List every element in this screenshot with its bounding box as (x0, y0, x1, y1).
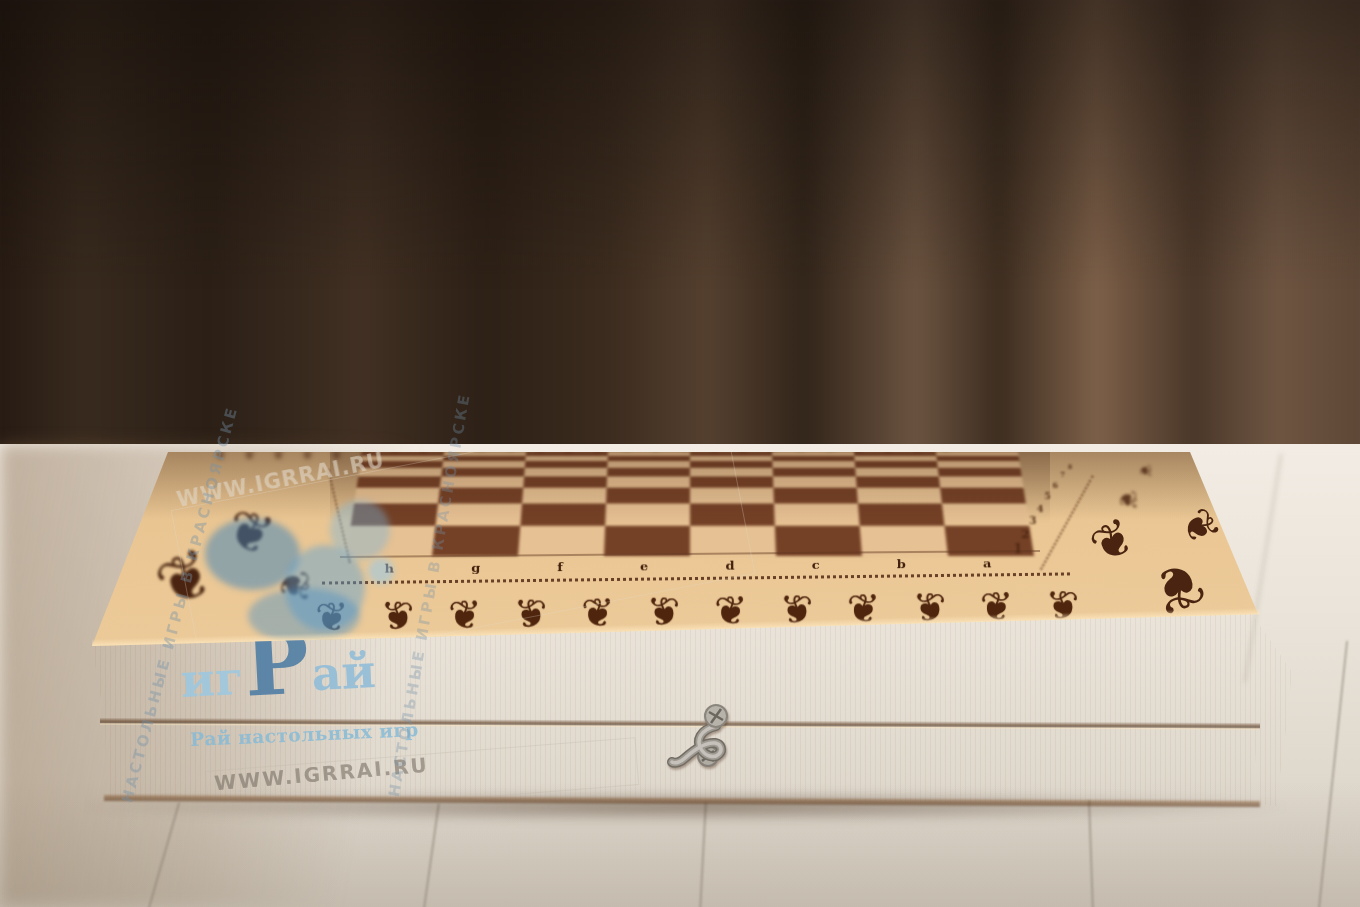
rank-labels-right: 87654321 (1010, 464, 1106, 556)
file-label-a: a (983, 557, 992, 570)
corner-ornament-glyph: ❦ (1116, 490, 1140, 510)
curtain-top-shadow (0, 0, 1360, 286)
rank-label-7: 7 (1060, 472, 1065, 479)
watermark-logo-bird (368, 558, 394, 584)
photo-chess-box-scene: ❦ ❦ ❦ ❦ ❦ ❦ ❦ ❦ ❦ ❦ ❦ ❦ ❦ ❦ ❦ ❦ ❦ ❦ ❦ ❦ … (0, 0, 1360, 907)
logo-text-prefix: иг (180, 658, 244, 703)
ornament-right-receding: ❦❦ (1118, 458, 1178, 528)
rank-label-1: 1 (1013, 543, 1022, 556)
rank-label-3: 3 (1029, 516, 1036, 527)
file-label-c: c (812, 558, 820, 571)
rank-label-8: 8 (1068, 464, 1072, 470)
logo-text-suffix: ай (311, 651, 377, 696)
watermark-logo-bird (330, 500, 390, 560)
file-label-b: b (897, 558, 906, 571)
rank-label-4: 4 (1037, 504, 1044, 514)
rank-label-2: 2 (1021, 529, 1029, 541)
clasp-hook-latch (652, 696, 748, 786)
rank-label-5: 5 (1045, 492, 1051, 501)
corner-ornament-glyph: ❦ (1137, 464, 1153, 477)
rank-label-6: 6 (1052, 482, 1058, 490)
